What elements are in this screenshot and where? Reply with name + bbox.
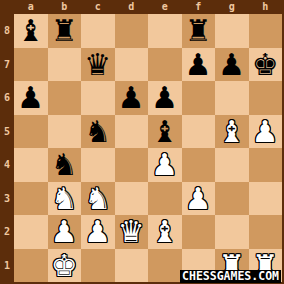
piece-white-pawn-f3: ♟	[185, 182, 212, 215]
piece-white-bishop-g5: ♝	[218, 115, 245, 148]
square-a5	[14, 115, 48, 149]
square-b5	[48, 115, 82, 149]
square-c8	[81, 14, 115, 48]
square-b2: ♟	[48, 215, 82, 249]
square-b4: ♞	[48, 148, 82, 182]
square-c1	[81, 249, 115, 283]
square-d4	[115, 148, 149, 182]
piece-black-queen-c7: ♛	[84, 48, 111, 81]
square-h8	[249, 14, 283, 48]
piece-black-king-h7: ♚	[252, 48, 279, 81]
square-d3	[115, 182, 149, 216]
square-h7: ♚	[249, 48, 283, 82]
rank-label-6: 6	[0, 81, 14, 115]
piece-black-bishop-e5: ♝	[151, 115, 178, 148]
file-label-c: c	[81, 0, 115, 14]
rank-labels: 87654321	[0, 14, 14, 282]
file-label-d: d	[115, 0, 149, 14]
square-a8: ♝	[14, 14, 48, 48]
rank-label-7: 7	[0, 48, 14, 82]
square-d5	[115, 115, 149, 149]
square-g5: ♝	[215, 115, 249, 149]
file-label-b: b	[48, 0, 82, 14]
square-a1	[14, 249, 48, 283]
square-h2	[249, 215, 283, 249]
square-c4	[81, 148, 115, 182]
square-e8	[148, 14, 182, 48]
square-h4	[249, 148, 283, 182]
piece-white-pawn-b2: ♟	[51, 215, 78, 248]
square-d7	[115, 48, 149, 82]
square-c6	[81, 81, 115, 115]
square-e3	[148, 182, 182, 216]
square-f2	[182, 215, 216, 249]
square-c7: ♛	[81, 48, 115, 82]
square-c3: ♞	[81, 182, 115, 216]
square-b1: ♚	[48, 249, 82, 283]
square-e6: ♟	[148, 81, 182, 115]
square-g3	[215, 182, 249, 216]
square-e4: ♟	[148, 148, 182, 182]
chess-diagram: abcdefgh 87654321 ♝♜♜♛♟♟♚♟♟♟♞♝♝♟♞♟♞♞♟♟♟♛…	[0, 0, 284, 284]
square-b8: ♜	[48, 14, 82, 48]
square-h6	[249, 81, 283, 115]
rank-label-3: 3	[0, 182, 14, 216]
square-a2	[14, 215, 48, 249]
piece-white-queen-d2: ♛	[118, 215, 145, 248]
rank-label-1: 1	[0, 249, 14, 283]
square-g2	[215, 215, 249, 249]
square-a3	[14, 182, 48, 216]
file-label-h: h	[249, 0, 283, 14]
square-f3: ♟	[182, 182, 216, 216]
square-d1	[115, 249, 149, 283]
file-labels: abcdefgh	[14, 0, 282, 14]
piece-black-pawn-g7: ♟	[218, 48, 245, 81]
piece-black-pawn-e6: ♟	[151, 81, 178, 114]
piece-white-bishop-e2: ♝	[151, 215, 178, 248]
board: ♝♜♜♛♟♟♚♟♟♟♞♝♝♟♞♟♞♞♟♟♟♛♝♚♜♜	[14, 14, 282, 282]
square-g8	[215, 14, 249, 48]
square-f7: ♟	[182, 48, 216, 82]
square-b7	[48, 48, 82, 82]
square-f6	[182, 81, 216, 115]
square-d8	[115, 14, 149, 48]
piece-white-pawn-e4: ♟	[151, 148, 178, 181]
piece-white-knight-c3: ♞	[84, 182, 111, 215]
piece-white-pawn-c2: ♟	[84, 215, 111, 248]
square-f4	[182, 148, 216, 182]
square-f5	[182, 115, 216, 149]
piece-black-rook-b8: ♜	[51, 14, 78, 47]
piece-black-rook-f8: ♜	[185, 14, 212, 47]
square-g4	[215, 148, 249, 182]
file-label-e: e	[148, 0, 182, 14]
square-g7: ♟	[215, 48, 249, 82]
file-label-g: g	[215, 0, 249, 14]
square-c2: ♟	[81, 215, 115, 249]
square-d2: ♛	[115, 215, 149, 249]
rank-label-4: 4	[0, 148, 14, 182]
piece-black-pawn-a6: ♟	[17, 81, 44, 114]
square-g6	[215, 81, 249, 115]
piece-white-pawn-h5: ♟	[252, 115, 279, 148]
piece-white-king-b1: ♚	[51, 249, 78, 282]
square-h5: ♟	[249, 115, 283, 149]
piece-black-pawn-d6: ♟	[118, 81, 145, 114]
square-c5: ♞	[81, 115, 115, 149]
square-h3	[249, 182, 283, 216]
file-label-a: a	[14, 0, 48, 14]
square-a4	[14, 148, 48, 182]
square-a7	[14, 48, 48, 82]
square-e1	[148, 249, 182, 283]
piece-black-knight-b4: ♞	[51, 148, 78, 181]
rank-label-8: 8	[0, 14, 14, 48]
square-a6: ♟	[14, 81, 48, 115]
file-label-f: f	[182, 0, 216, 14]
square-e5: ♝	[148, 115, 182, 149]
square-d6: ♟	[115, 81, 149, 115]
square-e7	[148, 48, 182, 82]
piece-black-pawn-f7: ♟	[185, 48, 212, 81]
square-b6	[48, 81, 82, 115]
piece-black-bishop-a8: ♝	[17, 14, 44, 47]
piece-white-knight-b3: ♞	[51, 182, 78, 215]
piece-black-knight-c5: ♞	[84, 115, 111, 148]
square-f8: ♜	[182, 14, 216, 48]
rank-label-5: 5	[0, 115, 14, 149]
square-b3: ♞	[48, 182, 82, 216]
rank-label-2: 2	[0, 215, 14, 249]
site-banner: CHESSGAMES.COM	[180, 270, 281, 283]
square-e2: ♝	[148, 215, 182, 249]
